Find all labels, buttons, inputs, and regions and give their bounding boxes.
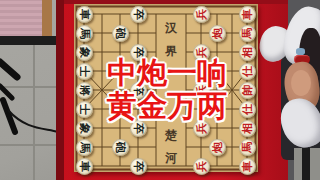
piece-label: 馬 [242,142,253,153]
floor-clutter [0,48,62,148]
piece-red-兵[interactable]: 兵 [193,6,210,23]
piece-label: 炮 [212,142,223,153]
title-overlay: 中炮一响 黄金万两 [64,56,270,122]
piece-label: 相 [242,123,253,134]
pink-stool [0,0,46,40]
piece-label: 兵 [196,9,207,20]
piece-label: 卒 [133,123,144,134]
piece-label: 兵 [196,161,207,172]
piece-black-車[interactable]: 車 [76,158,93,175]
piece-label: 炮 [212,28,223,39]
floor-stripe [302,148,310,180]
piece-black-砲[interactable]: 砲 [112,139,129,156]
piece-black-馬[interactable]: 馬 [76,139,93,156]
piece-red-車[interactable]: 車 [239,158,256,175]
piece-label: 車 [242,9,253,20]
piece-label: 兵 [196,123,207,134]
piece-label: 車 [79,161,90,172]
piece-label: 車 [242,161,253,172]
piece-red-相[interactable]: 相 [239,120,256,137]
shelf-edge [0,36,57,45]
piece-label: 卒 [133,161,144,172]
overlay-line-1: 中炮一响 [64,56,270,89]
mat-edge [56,0,64,180]
face-mask [296,48,305,55]
piece-red-兵[interactable]: 兵 [193,158,210,175]
piece-label: 馬 [79,28,90,39]
piece-red-車[interactable]: 車 [239,6,256,23]
piece-label: 車 [79,9,90,20]
piece-black-象[interactable]: 象 [76,120,93,137]
piece-black-卒[interactable]: 卒 [130,6,147,23]
piece-label: 馬 [242,28,253,39]
piece-label: 卒 [133,9,144,20]
piece-label: 馬 [79,142,90,153]
player-fingers [291,70,311,96]
piece-red-炮[interactable]: 炮 [209,25,226,42]
video-frame: 汉界 楚河 車馬象士將士象馬車砲砲卒卒卒卒卒兵兵兵兵兵炮炮車馬相仕帥仕相馬車 中… [0,0,320,180]
piece-black-砲[interactable]: 砲 [112,25,129,42]
overlay-line-2: 黄金万两 [64,89,270,122]
piece-red-馬[interactable]: 馬 [239,25,256,42]
piece-red-馬[interactable]: 馬 [239,139,256,156]
piece-black-卒[interactable]: 卒 [130,158,147,175]
piece-red-炮[interactable]: 炮 [209,139,226,156]
piece-label: 象 [79,123,90,134]
piece-label: 砲 [115,142,126,153]
piece-black-車[interactable]: 車 [76,6,93,23]
piece-black-馬[interactable]: 馬 [76,25,93,42]
piece-label: 砲 [115,28,126,39]
